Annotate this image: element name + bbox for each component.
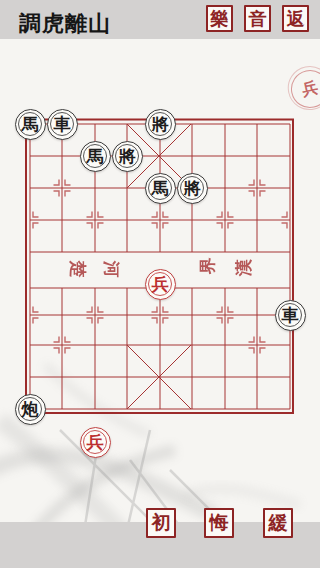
- piece-glyph: 馬: [152, 180, 169, 197]
- piece-glyph: 將: [184, 180, 201, 197]
- undo-button[interactable]: 悔: [204, 508, 234, 538]
- sound-button[interactable]: 音: [244, 5, 271, 32]
- pieces-layer: 馬車將馬將馬將兵車炮兵: [0, 0, 320, 568]
- piece-馬: 馬: [145, 173, 176, 204]
- piece-glyph: 炮: [22, 401, 39, 418]
- page-title: 調虎離山: [19, 9, 111, 39]
- piece-glyph: 車: [282, 307, 299, 324]
- piece-馬: 馬: [15, 109, 46, 140]
- back-button[interactable]: 返: [282, 5, 309, 32]
- piece-glyph: 將: [152, 116, 169, 133]
- piece-將: 將: [112, 141, 143, 172]
- piece-炮: 炮: [15, 394, 46, 425]
- piece-glyph: 馬: [87, 148, 104, 165]
- piece-glyph: 將: [119, 148, 136, 165]
- seal-glyph: 兵: [300, 77, 320, 101]
- hint-button[interactable]: 緩: [263, 508, 293, 538]
- piece-兵[interactable]: 兵: [145, 269, 176, 300]
- piece-馬: 馬: [80, 141, 111, 172]
- piece-glyph: 車: [54, 116, 71, 133]
- piece-車: 車: [275, 300, 306, 331]
- piece-將: 將: [177, 173, 208, 204]
- music-button[interactable]: 樂: [206, 5, 233, 32]
- piece-將: 將: [145, 109, 176, 140]
- piece-glyph: 兵: [152, 276, 169, 293]
- restart-button[interactable]: 初: [146, 508, 176, 538]
- header-bar: 調虎離山 樂 音 返: [0, 0, 320, 39]
- app-screen: 楚 河 界 漢 馬車將馬將馬將兵車炮兵 調虎離山 樂 音 返 兵 初 悔 緩: [0, 0, 320, 568]
- piece-glyph: 兵: [87, 434, 104, 451]
- piece-車: 車: [47, 109, 78, 140]
- piece-兵[interactable]: 兵: [80, 427, 111, 458]
- piece-glyph: 馬: [22, 116, 39, 133]
